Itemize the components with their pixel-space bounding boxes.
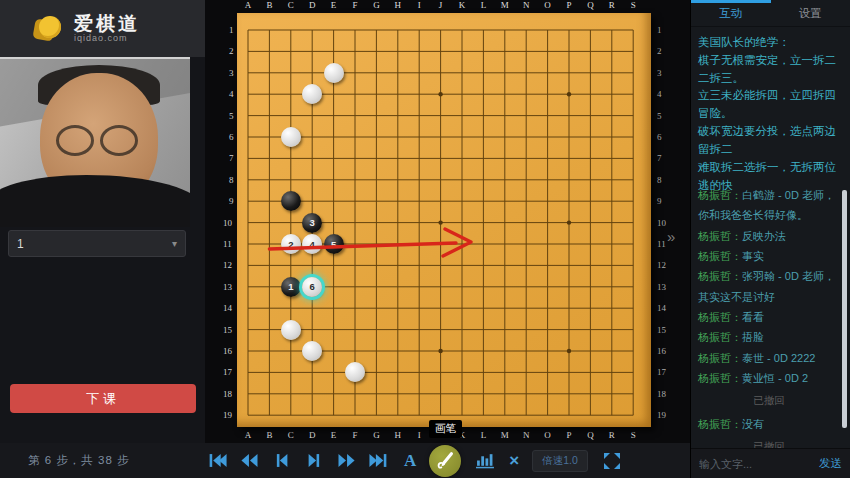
chat-message: 杨振哲：看看 (698, 307, 840, 327)
coord-label-bottom: Q (587, 430, 594, 440)
coord-label-top: H (395, 0, 402, 10)
coord-label-bottom: I (418, 430, 421, 440)
fullscreen-icon[interactable] (601, 453, 623, 469)
coord-label-right: 11 (657, 239, 666, 249)
coord-label-right: 3 (657, 68, 662, 78)
play-controls (207, 443, 389, 478)
skip-to-end-icon[interactable] (367, 453, 389, 469)
move-progress-text: 第 6 步，共 38 步 (28, 453, 129, 468)
coord-label-top: K (459, 0, 466, 10)
chat-message: 杨振哲：白鹤游 - 0D 老师，你和我爸爸长得好像。 (698, 185, 840, 226)
chat-message-text: 事实 (742, 250, 764, 262)
logo: 爱棋道 iqidao.com (0, 0, 205, 57)
coord-label-bottom: B (266, 430, 272, 440)
coord-label-left: 9 (229, 196, 234, 206)
step-forward-icon[interactable] (303, 453, 325, 469)
board-grid (237, 13, 651, 427)
coord-label-right: 5 (657, 111, 662, 121)
logo-text: 爱棋道 iqidao.com (74, 14, 140, 43)
left-sidebar: 爱棋道 iqidao.com 1 ▾ 下课 (0, 0, 205, 443)
page-selector-dropdown[interactable]: 1 ▾ (8, 230, 186, 257)
coord-label-left: 10 (223, 218, 232, 228)
coord-label-right: 12 (657, 260, 666, 270)
tool-cluster: A × 倍速1.0 (404, 443, 623, 478)
coord-label-right: 18 (657, 389, 666, 399)
active-tab-indicator (691, 0, 771, 3)
system-message: 已撤回 (698, 388, 840, 413)
chat-message: 杨振哲：黄业恒 - 0D 2 (698, 368, 840, 388)
go-board[interactable] (237, 13, 651, 427)
chat-message: 杨振哲：事实 (698, 246, 840, 266)
coord-label-bottom: H (395, 430, 402, 440)
collapse-panel-icon[interactable]: » (667, 228, 675, 245)
coord-label-right: 8 (657, 175, 662, 185)
coord-label-left: 11 (223, 239, 232, 249)
chat-message-text: 反映办法 (742, 230, 786, 242)
coord-label-top: J (439, 0, 443, 10)
coord-label-bottom: N (523, 430, 530, 440)
coord-label-left: 19 (223, 410, 232, 420)
coord-label-left: 14 (223, 303, 232, 313)
close-tool-icon[interactable]: × (509, 452, 519, 469)
chat-message-sender: 杨振哲： (698, 230, 742, 242)
skip-to-start-icon[interactable] (207, 453, 229, 469)
board-panel: ABCDEFGHIJKLMNOPQRS ABCDEFGHIJKLMNOPQRS … (205, 0, 690, 443)
coord-label-top: S (631, 0, 636, 10)
coord-label-bottom: L (481, 430, 487, 440)
end-class-button[interactable]: 下课 (10, 384, 196, 413)
chat-message-sender: 杨振哲： (698, 270, 742, 282)
coord-label-top: A (245, 0, 252, 10)
chat-message-sender: 杨振哲： (698, 418, 742, 430)
tab-settings[interactable]: 设置 (771, 0, 850, 26)
chat-message-sender: 杨振哲： (698, 372, 742, 384)
coord-label-bottom: A (245, 430, 252, 440)
coord-label-left: 13 (223, 282, 232, 292)
coord-label-right: 2 (657, 46, 662, 56)
teacher-webcam-video (0, 57, 190, 227)
coord-label-top: P (566, 0, 571, 10)
chat-message-sender: 杨振哲： (698, 250, 742, 262)
page-selector-value: 1 (17, 237, 24, 251)
send-button[interactable]: 发送 (811, 456, 850, 471)
coord-label-top: M (501, 0, 509, 10)
coord-label-bottom: R (609, 430, 615, 440)
chat-message: 杨振哲：没有 (698, 414, 840, 434)
coord-label-left: 17 (223, 367, 232, 377)
coord-label-left: 12 (223, 260, 232, 270)
step-back-icon[interactable] (271, 453, 293, 469)
coord-label-right: 17 (657, 367, 666, 377)
coord-label-top: D (309, 0, 316, 10)
lecture-line: 棋子无根需安定，立一拆二二拆三。 (698, 52, 843, 88)
coord-label-left: 5 (229, 111, 234, 121)
playback-toolbar: 第 6 步，共 38 步 A × 倍速1.0 (0, 443, 690, 478)
coord-label-right: 9 (657, 196, 662, 206)
coord-label-top: G (373, 0, 380, 10)
coord-label-left: 8 (229, 175, 234, 185)
fast-forward-icon[interactable] (335, 453, 357, 469)
coord-label-left: 18 (223, 389, 232, 399)
coord-label-right: 7 (657, 153, 662, 163)
chat-message: 杨振哲：捂脸 (698, 327, 840, 347)
coord-label-top: O (544, 0, 551, 10)
text-tool-button[interactable]: A (404, 451, 416, 471)
coord-label-top: N (523, 0, 530, 10)
chat-message-sender: 杨振哲： (698, 352, 742, 364)
coord-label-top: F (352, 0, 357, 10)
coord-label-left: 4 (229, 89, 234, 99)
coord-label-right: 16 (657, 346, 666, 356)
chat-message-sender: 杨振哲： (698, 189, 742, 201)
tab-interaction[interactable]: 互动 (691, 0, 771, 26)
chat-scrollbar[interactable] (842, 190, 847, 428)
playback-speed-button[interactable]: 倍速1.0 (532, 450, 588, 472)
coord-label-top: Q (587, 0, 594, 10)
tab-interaction-label: 互动 (719, 6, 742, 21)
coord-label-bottom: D (309, 430, 316, 440)
right-panel: 互动 设置 美国队长的绝学：棋子无根需安定，立一拆二二拆三。立三未必能拆四，立四… (690, 0, 850, 478)
coord-label-bottom: S (631, 430, 636, 440)
coord-label-left: 7 (229, 153, 234, 163)
lecture-line: 立三未必能拆四，立四拆四冒险。 (698, 87, 843, 123)
coord-label-top: E (331, 0, 337, 10)
coord-label-left: 1 (229, 25, 234, 35)
coord-label-bottom: C (288, 430, 294, 440)
coord-label-top: L (481, 0, 487, 10)
coord-label-right: 13 (657, 282, 666, 292)
coord-label-right: 4 (657, 89, 662, 99)
logo-stone-icon (34, 14, 64, 44)
coord-label-bottom: M (501, 430, 509, 440)
system-message: 已撤回 (698, 434, 840, 448)
chat-message: 杨振哲：泰世 - 0D 2222 (698, 348, 840, 368)
coord-label-bottom: P (566, 430, 571, 440)
chat-message-text: 没有 (742, 418, 764, 430)
coord-label-right: 10 (657, 218, 666, 228)
coord-label-bottom: F (352, 430, 357, 440)
coord-label-top: I (418, 0, 421, 10)
lecture-line: 美国队长的绝学： (698, 34, 843, 52)
coord-label-top: B (266, 0, 272, 10)
coord-label-left: 2 (229, 46, 234, 56)
chat-message: 杨振哲：张羽翰 - 0D 老师，其实这不是讨好 (698, 266, 840, 307)
chat-message-sender: 杨振哲： (698, 331, 742, 343)
tab-settings-label: 设置 (799, 6, 822, 21)
brush-tool-button[interactable] (429, 445, 461, 477)
coord-label-right: 15 (657, 325, 666, 335)
chat-message-text: 看看 (742, 311, 764, 323)
coord-label-left: 15 (223, 325, 232, 335)
coord-label-right: 14 (657, 303, 666, 313)
rewind-icon[interactable] (239, 453, 261, 469)
coord-label-left: 6 (229, 132, 234, 142)
chat-message-sender: 杨振哲： (698, 311, 742, 323)
coord-label-top: R (609, 0, 615, 10)
coord-label-bottom: G (373, 430, 380, 440)
chat-messages: 杨振哲：白鹤游 - 0D 老师，你和我爸爸长得好像。杨振哲：反映办法杨振哲：事实… (691, 183, 850, 448)
chevron-down-icon: ▾ (172, 238, 177, 249)
chat-message-text: 捂脸 (742, 331, 764, 343)
app-root: 爱棋道 iqidao.com 1 ▾ 下课 ABCDEFGHIJKLMNOPQR… (0, 0, 850, 478)
coord-label-right: 19 (657, 410, 666, 420)
coord-label-bottom: E (331, 430, 337, 440)
chart-tool-icon[interactable] (474, 453, 496, 469)
coord-label-right: 6 (657, 132, 662, 142)
right-panel-tabs: 互动 设置 (691, 0, 850, 27)
app-domain: iqidao.com (74, 34, 140, 43)
coord-label-bottom: O (544, 430, 551, 440)
chat-input-row: 发送 (691, 448, 850, 478)
chat-message-text: 泰世 - 0D 2222 (742, 352, 815, 364)
app-title: 爱棋道 (74, 14, 140, 34)
brush-tooltip: 画笔 (429, 420, 462, 438)
coord-label-top: C (288, 0, 294, 10)
chat-message: 杨振哲：反映办法 (698, 226, 840, 246)
coord-label-left: 16 (223, 346, 232, 356)
brush-hand-icon (434, 450, 456, 472)
coord-label-right: 1 (657, 25, 662, 35)
lecture-line: 破坏宽边要分投，选点两边留拆二 (698, 123, 843, 159)
chat-message-text: 黄业恒 - 0D 2 (742, 372, 808, 384)
lecture-notes: 美国队长的绝学：棋子无根需安定，立一拆二二拆三。立三未必能拆四，立四拆四冒险。破… (691, 28, 850, 196)
coord-label-left: 3 (229, 68, 234, 78)
chat-input[interactable] (691, 457, 811, 471)
